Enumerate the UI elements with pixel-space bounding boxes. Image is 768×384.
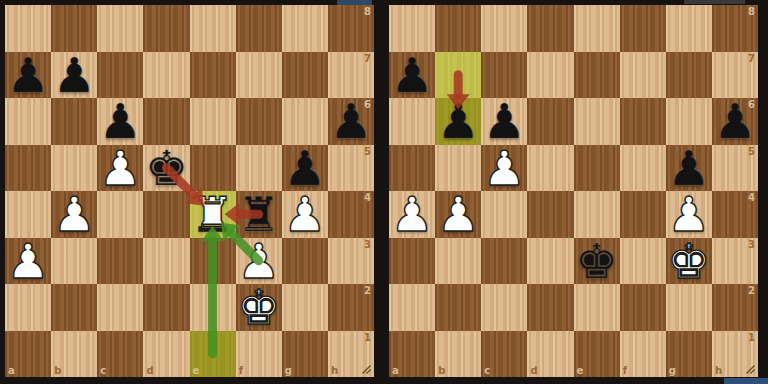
square-b6[interactable] <box>51 98 97 145</box>
square-b3[interactable] <box>51 238 97 285</box>
file-label-a: a <box>392 365 399 376</box>
square-b8[interactable] <box>435 5 481 52</box>
square-h3[interactable]: 3 <box>712 238 758 285</box>
file-label-g: g <box>285 365 292 376</box>
square-e1[interactable]: e <box>574 331 620 378</box>
rank-label-3: 3 <box>748 239 755 250</box>
square-c8[interactable] <box>481 5 527 52</box>
square-c4[interactable] <box>481 191 527 238</box>
square-e3[interactable] <box>190 238 236 285</box>
square-b2[interactable] <box>435 284 481 331</box>
square-b7[interactable] <box>435 52 481 99</box>
white-pawn[interactable]: ♟ <box>5 238 51 285</box>
rank-label-3: 3 <box>364 239 371 250</box>
file-label-b: b <box>54 365 61 376</box>
white-pawn[interactable]: ♟ <box>389 191 435 238</box>
square-c7[interactable] <box>97 52 143 99</box>
file-label-e: e <box>577 365 584 376</box>
square-a2[interactable] <box>389 284 435 331</box>
square-e1[interactable]: e <box>190 331 236 378</box>
left-board-panel: 8♟♟7♟6♟♟♚♟5♟♜♜♟4♟♟3♚2abcdefgh1 <box>0 0 384 384</box>
square-b1[interactable]: b <box>435 331 481 378</box>
square-h2[interactable]: 2 <box>328 284 374 331</box>
square-h5[interactable]: 5 <box>328 145 374 192</box>
square-g8[interactable] <box>666 5 712 52</box>
white-pawn[interactable]: ♟ <box>435 191 481 238</box>
square-f1[interactable]: f <box>620 331 666 378</box>
square-a3[interactable]: ♟ <box>5 238 51 285</box>
square-a4[interactable]: ♟ <box>389 191 435 238</box>
black-pawn[interactable]: ♟ <box>97 98 143 145</box>
square-d3[interactable] <box>527 238 573 285</box>
square-c8[interactable] <box>97 5 143 52</box>
square-g4[interactable]: ♟ <box>666 191 712 238</box>
black-pawn[interactable]: ♟ <box>712 98 758 145</box>
square-b4[interactable]: ♟ <box>435 191 481 238</box>
square-h8[interactable]: 8 <box>712 5 758 52</box>
square-e5[interactable] <box>574 145 620 192</box>
square-c3[interactable] <box>97 238 143 285</box>
white-king[interactable]: ♚ <box>666 238 712 285</box>
black-pawn[interactable]: ♟ <box>666 145 712 192</box>
square-g5[interactable]: ♟ <box>282 145 328 192</box>
square-g1[interactable]: g <box>666 331 712 378</box>
square-a6[interactable] <box>389 98 435 145</box>
square-a1[interactable]: a <box>389 331 435 378</box>
square-f4[interactable]: ♜ <box>236 191 282 238</box>
square-e8[interactable] <box>574 5 620 52</box>
board-grid-left: 8♟♟7♟6♟♟♚♟5♟♜♜♟4♟♟3♚2abcdefgh1 <box>5 5 374 377</box>
square-c2[interactable] <box>97 284 143 331</box>
square-f7[interactable] <box>620 52 666 99</box>
file-label-g: g <box>669 365 676 376</box>
rank-label-2: 2 <box>364 285 371 296</box>
black-rook[interactable]: ♜ <box>236 191 282 238</box>
square-b1[interactable]: b <box>51 331 97 378</box>
square-e7[interactable] <box>574 52 620 99</box>
square-f6[interactable] <box>620 98 666 145</box>
square-b4[interactable]: ♟ <box>51 191 97 238</box>
square-h4[interactable]: 4 <box>328 191 374 238</box>
square-b7[interactable]: ♟ <box>51 52 97 99</box>
square-g8[interactable] <box>282 5 328 52</box>
board-grid-right: 8♟7♟♟6♟♟♟5♟♟♟4♚♚32abcdefgh1 <box>389 5 758 377</box>
file-label-a: a <box>8 365 15 376</box>
square-d1[interactable]: d <box>143 331 189 378</box>
square-c5[interactable]: ♟ <box>481 145 527 192</box>
resize-handle-icon[interactable] <box>361 364 372 375</box>
square-b5[interactable] <box>435 145 481 192</box>
file-label-f: f <box>623 365 627 376</box>
square-a8[interactable] <box>389 5 435 52</box>
white-king[interactable]: ♚ <box>236 284 282 331</box>
square-f6[interactable] <box>236 98 282 145</box>
square-h7[interactable]: 7 <box>328 52 374 99</box>
square-a8[interactable] <box>5 5 51 52</box>
square-e2[interactable] <box>190 284 236 331</box>
black-pawn[interactable]: ♟ <box>282 145 328 192</box>
black-king[interactable]: ♚ <box>143 145 189 192</box>
chessboard-left[interactable]: 8♟♟7♟6♟♟♚♟5♟♜♜♟4♟♟3♚2abcdefgh1 <box>5 5 374 377</box>
white-rook[interactable]: ♜ <box>190 191 236 238</box>
square-f3[interactable]: ♟ <box>236 238 282 285</box>
square-c7[interactable] <box>481 52 527 99</box>
square-c5[interactable]: ♟ <box>97 145 143 192</box>
scrollbar-fragment-top-left <box>337 0 372 5</box>
square-c1[interactable]: c <box>481 331 527 378</box>
file-label-h: h <box>715 365 722 376</box>
square-f3[interactable] <box>620 238 666 285</box>
square-h7[interactable]: 7 <box>712 52 758 99</box>
black-pawn[interactable]: ♟ <box>5 52 51 99</box>
square-a5[interactable] <box>5 145 51 192</box>
square-f5[interactable] <box>620 145 666 192</box>
square-b6[interactable]: ♟ <box>435 98 481 145</box>
square-e6[interactable] <box>190 98 236 145</box>
square-d1[interactable]: d <box>527 331 573 378</box>
square-h4[interactable]: 4 <box>712 191 758 238</box>
rank-label-8: 8 <box>748 6 755 17</box>
square-d8[interactable] <box>143 5 189 52</box>
square-a6[interactable] <box>5 98 51 145</box>
square-g2[interactable] <box>666 284 712 331</box>
square-f1[interactable]: f <box>236 331 282 378</box>
black-pawn[interactable]: ♟ <box>51 52 97 99</box>
square-g1[interactable]: g <box>282 331 328 378</box>
square-f4[interactable] <box>620 191 666 238</box>
square-g6[interactable] <box>282 98 328 145</box>
square-c3[interactable] <box>481 238 527 285</box>
square-f5[interactable] <box>236 145 282 192</box>
square-g4[interactable]: ♟ <box>282 191 328 238</box>
square-f2[interactable]: ♚ <box>236 284 282 331</box>
square-g3[interactable]: ♚ <box>666 238 712 285</box>
white-pawn[interactable]: ♟ <box>282 191 328 238</box>
file-label-b: b <box>438 365 445 376</box>
square-e3[interactable]: ♚ <box>574 238 620 285</box>
square-e8[interactable] <box>190 5 236 52</box>
square-f2[interactable] <box>620 284 666 331</box>
square-d3[interactable] <box>143 238 189 285</box>
square-e5[interactable] <box>190 145 236 192</box>
square-e4[interactable] <box>574 191 620 238</box>
square-e4[interactable]: ♜ <box>190 191 236 238</box>
square-d5[interactable]: ♚ <box>143 145 189 192</box>
scrollbar-fragment-top-right <box>684 0 745 4</box>
square-g2[interactable] <box>282 284 328 331</box>
square-h5[interactable]: 5 <box>712 145 758 192</box>
square-g6[interactable] <box>666 98 712 145</box>
file-label-c: c <box>100 365 106 376</box>
rank-label-1: 1 <box>364 332 371 343</box>
square-g7[interactable] <box>666 52 712 99</box>
square-b8[interactable] <box>51 5 97 52</box>
square-a1[interactable]: a <box>5 331 51 378</box>
file-label-d: d <box>146 365 153 376</box>
black-pawn[interactable]: ♟ <box>435 98 481 145</box>
rank-label-7: 7 <box>748 53 755 64</box>
square-c6[interactable]: ♟ <box>97 98 143 145</box>
chessboard-right[interactable]: 8♟7♟♟6♟♟♟5♟♟♟4♚♚32abcdefgh1 <box>389 5 758 377</box>
white-pawn[interactable]: ♟ <box>236 238 282 285</box>
rank-label-8: 8 <box>364 6 371 17</box>
square-b5[interactable] <box>51 145 97 192</box>
square-d7[interactable] <box>143 52 189 99</box>
square-c2[interactable] <box>481 284 527 331</box>
square-a4[interactable] <box>5 191 51 238</box>
rank-label-7: 7 <box>364 53 371 64</box>
square-a7[interactable]: ♟ <box>5 52 51 99</box>
square-g5[interactable]: ♟ <box>666 145 712 192</box>
square-a3[interactable] <box>389 238 435 285</box>
square-d8[interactable] <box>527 5 573 52</box>
square-h6[interactable]: 6♟ <box>328 98 374 145</box>
square-c4[interactable] <box>97 191 143 238</box>
square-c6[interactable]: ♟ <box>481 98 527 145</box>
rank-label-2: 2 <box>748 285 755 296</box>
square-f7[interactable] <box>236 52 282 99</box>
square-d4[interactable] <box>143 191 189 238</box>
square-d2[interactable] <box>527 284 573 331</box>
scrollbar-fragment-bottom-right[interactable] <box>724 378 768 384</box>
square-e7[interactable] <box>190 52 236 99</box>
square-b2[interactable] <box>51 284 97 331</box>
square-b3[interactable] <box>435 238 481 285</box>
white-pawn[interactable]: ♟ <box>666 191 712 238</box>
square-g3[interactable] <box>282 238 328 285</box>
square-g7[interactable] <box>282 52 328 99</box>
black-king[interactable]: ♚ <box>574 238 620 285</box>
rank-label-4: 4 <box>364 192 371 203</box>
square-d4[interactable] <box>527 191 573 238</box>
square-f8[interactable] <box>620 5 666 52</box>
black-pawn[interactable]: ♟ <box>389 52 435 99</box>
square-a5[interactable] <box>389 145 435 192</box>
square-a7[interactable]: ♟ <box>389 52 435 99</box>
white-pawn[interactable]: ♟ <box>481 145 527 192</box>
file-label-h: h <box>331 365 338 376</box>
black-pawn[interactable]: ♟ <box>328 98 374 145</box>
rank-label-4: 4 <box>748 192 755 203</box>
square-h2[interactable]: 2 <box>712 284 758 331</box>
black-pawn[interactable]: ♟ <box>481 98 527 145</box>
square-h3[interactable]: 3 <box>328 238 374 285</box>
right-board-panel: 8♟7♟♟6♟♟♟5♟♟♟4♚♚32abcdefgh1 <box>384 0 768 384</box>
square-d6[interactable] <box>143 98 189 145</box>
square-f8[interactable] <box>236 5 282 52</box>
resize-handle-icon[interactable] <box>745 364 756 375</box>
rank-label-1: 1 <box>748 332 755 343</box>
square-e2[interactable] <box>574 284 620 331</box>
square-d2[interactable] <box>143 284 189 331</box>
file-label-d: d <box>530 365 537 376</box>
square-c1[interactable]: c <box>97 331 143 378</box>
square-d7[interactable] <box>527 52 573 99</box>
square-d6[interactable] <box>527 98 573 145</box>
white-pawn[interactable]: ♟ <box>51 191 97 238</box>
square-d5[interactable] <box>527 145 573 192</box>
file-label-f: f <box>239 365 243 376</box>
square-a2[interactable] <box>5 284 51 331</box>
square-e6[interactable] <box>574 98 620 145</box>
white-pawn[interactable]: ♟ <box>97 145 143 192</box>
square-h8[interactable]: 8 <box>328 5 374 52</box>
file-label-e: e <box>193 365 200 376</box>
square-h6[interactable]: 6♟ <box>712 98 758 145</box>
file-label-c: c <box>484 365 490 376</box>
